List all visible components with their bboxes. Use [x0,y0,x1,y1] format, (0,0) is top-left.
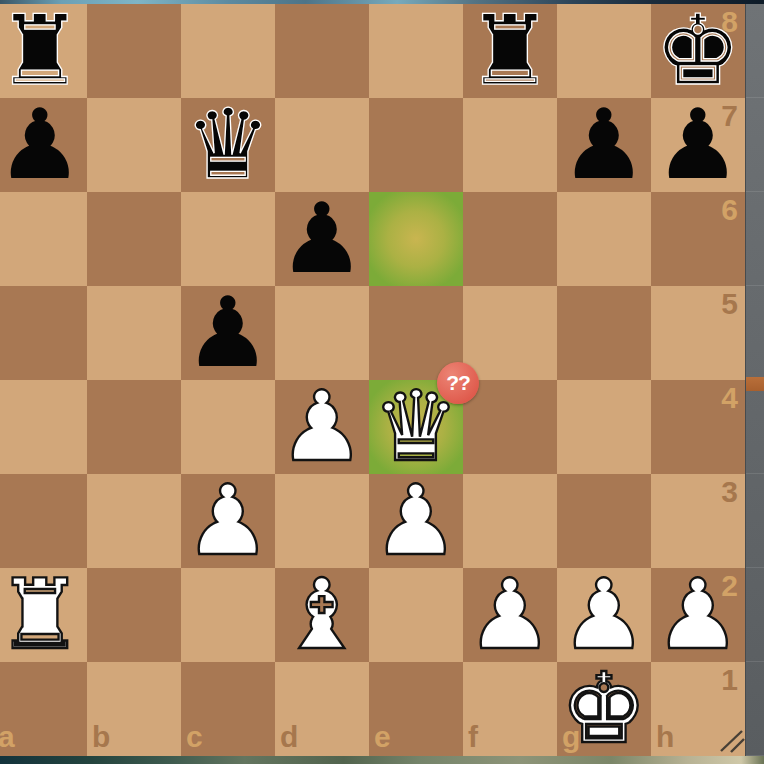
rank-label-2: 2 [721,571,738,601]
square-c8[interactable] [181,4,275,98]
file-label-b: b [92,722,110,752]
square-g8[interactable] [557,4,651,98]
square-a4[interactable] [0,380,87,474]
rank-label-8: 8 [721,7,738,37]
rank-label-4: 4 [721,383,738,413]
square-f5[interactable] [463,286,557,380]
white-bishop[interactable]: ♝ [275,568,369,662]
square-b4[interactable] [87,380,181,474]
rank-label-3: 3 [721,477,738,507]
file-label-a: a [0,722,15,752]
square-b3[interactable] [87,474,181,568]
square-c4[interactable] [181,380,275,474]
square-c2[interactable] [181,568,275,662]
file-label-e: e [374,722,391,752]
square-c5[interactable]: ♟ [181,286,275,380]
file-label-h: h [656,722,674,752]
chess-board: ♜♜♚♟♛♟♟♟♟♟♛♟♟♜♝♟♟♟♚8a7b6c5d4e3f2g1h?? [0,4,745,756]
black-queen[interactable]: ♛ [181,98,275,192]
rank-label-5: 5 [721,289,738,319]
square-e3[interactable]: ♟ [369,474,463,568]
black-rook[interactable]: ♜ [463,4,557,98]
square-a7[interactable]: ♟ [0,98,87,192]
square-f6[interactable] [463,192,557,286]
square-g5[interactable] [557,286,651,380]
file-label-g: g [562,722,580,752]
white-pawn[interactable]: ♟ [275,380,369,474]
square-b8[interactable] [87,4,181,98]
square-c6[interactable] [181,192,275,286]
file-label-f: f [468,722,478,752]
square-f4[interactable] [463,380,557,474]
square-c3[interactable]: ♟ [181,474,275,568]
square-f8[interactable]: ♜ [463,4,557,98]
black-pawn[interactable]: ♟ [557,98,651,192]
black-pawn[interactable]: ♟ [181,286,275,380]
square-f3[interactable] [463,474,557,568]
square-e6[interactable] [369,192,463,286]
square-a3[interactable] [0,474,87,568]
white-pawn[interactable]: ♟ [369,474,463,568]
file-label-d: d [280,722,298,752]
square-b2[interactable] [87,568,181,662]
square-e8[interactable] [369,4,463,98]
square-d4[interactable]: ♟ [275,380,369,474]
rank-label-6: 6 [721,195,738,225]
square-g3[interactable] [557,474,651,568]
black-pawn[interactable]: ♟ [0,98,87,192]
square-d3[interactable] [275,474,369,568]
square-e2[interactable] [369,568,463,662]
square-d6[interactable]: ♟ [275,192,369,286]
black-rook[interactable]: ♜ [0,4,87,98]
square-a2[interactable]: ♜ [0,568,87,662]
square-b6[interactable] [87,192,181,286]
white-rook[interactable]: ♜ [0,568,87,662]
square-g7[interactable]: ♟ [557,98,651,192]
chess-app-screenshot: ♜♜♚♟♛♟♟♟♟♟♛♟♟♜♝♟♟♟♚8a7b6c5d4e3f2g1h?? [0,0,764,764]
square-g6[interactable] [557,192,651,286]
square-d7[interactable] [275,98,369,192]
blunder-annotation-badge: ?? [437,362,479,404]
square-g2[interactable]: ♟ [557,568,651,662]
square-b7[interactable] [87,98,181,192]
square-f7[interactable] [463,98,557,192]
square-g4[interactable] [557,380,651,474]
scrollbar-thumb[interactable] [746,377,764,391]
square-b5[interactable] [87,286,181,380]
right-scrollbar-track[interactable] [745,4,764,756]
rank-label-7: 7 [721,101,738,131]
white-pawn[interactable]: ♟ [557,568,651,662]
square-a8[interactable]: ♜ [0,4,87,98]
square-d8[interactable] [275,4,369,98]
square-d2[interactable]: ♝ [275,568,369,662]
square-e7[interactable] [369,98,463,192]
square-c7[interactable]: ♛ [181,98,275,192]
file-label-c: c [186,722,203,752]
white-pawn[interactable]: ♟ [181,474,275,568]
square-a6[interactable] [0,192,87,286]
square-a5[interactable] [0,286,87,380]
background-photo-bottom [0,756,764,764]
resize-handle-icon[interactable] [719,730,745,753]
white-pawn[interactable]: ♟ [463,568,557,662]
square-f2[interactable]: ♟ [463,568,557,662]
black-pawn[interactable]: ♟ [275,192,369,286]
square-d5[interactable] [275,286,369,380]
rank-label-1: 1 [721,665,738,695]
